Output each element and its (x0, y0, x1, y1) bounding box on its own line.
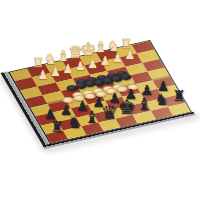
product-photo: ♜♞♝♛♚♝♞♜♟♟♟♟♟♟♟♟♟♟♟♟♟♟♟♟♜♞♝♛♚♝♞♜ (0, 0, 200, 200)
checker-disc-black[interactable] (67, 85, 78, 91)
piece-black-rook[interactable]: ♜ (50, 120, 63, 135)
piece-black-knight[interactable]: ♞ (67, 115, 81, 131)
piece-white-pawn[interactable]: ♟ (38, 69, 49, 81)
piece-white-pawn[interactable]: ♟ (112, 52, 123, 64)
piece-black-knight[interactable]: ♞ (154, 92, 168, 108)
piece-black-bishop[interactable]: ♝ (84, 109, 99, 126)
piece-white-pawn[interactable]: ♟ (100, 54, 111, 66)
piece-white-pawn[interactable]: ♟ (62, 63, 73, 75)
piece-black-king[interactable]: ♚ (118, 97, 136, 117)
piece-black-rook[interactable]: ♜ (172, 89, 185, 104)
piece-black-queen[interactable]: ♛ (101, 103, 118, 122)
piece-white-pawn[interactable]: ♟ (125, 49, 136, 61)
piece-white-pawn[interactable]: ♟ (50, 66, 61, 78)
piece-white-pawn[interactable]: ♟ (75, 60, 86, 72)
piece-black-bishop[interactable]: ♝ (137, 96, 152, 113)
piece-white-pawn[interactable]: ♟ (87, 57, 98, 69)
